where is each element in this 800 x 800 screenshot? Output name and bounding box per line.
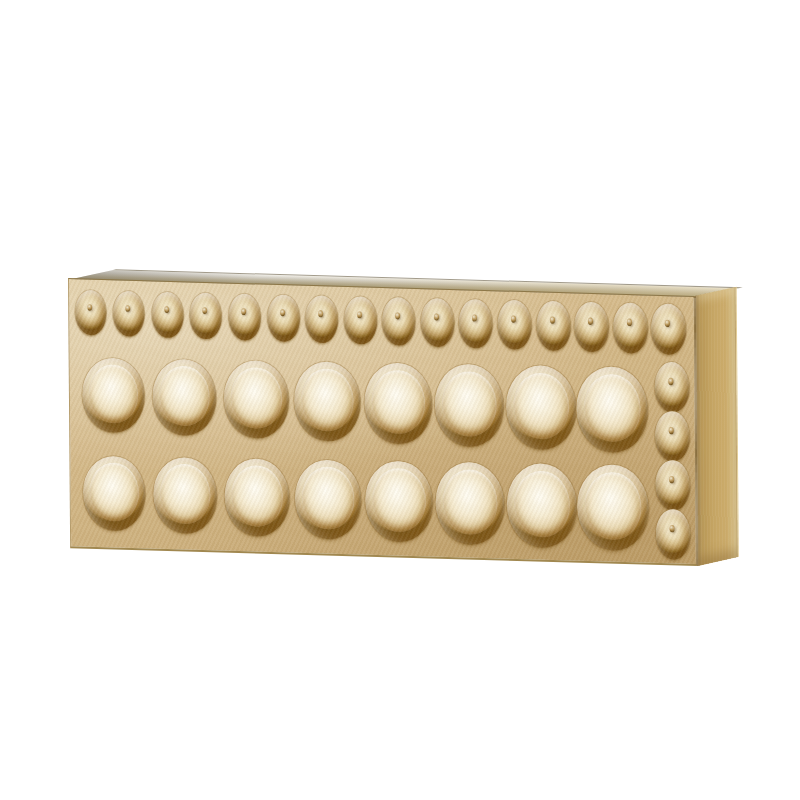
pit-large (153, 457, 217, 535)
pit-small (267, 294, 300, 342)
pit-small (655, 410, 690, 461)
pit-large (577, 464, 649, 552)
pit-large (153, 358, 217, 436)
pit-small (459, 299, 493, 349)
pit-small (229, 293, 261, 341)
pit-small (75, 290, 106, 336)
pit-large (224, 458, 290, 538)
pit-small (382, 297, 416, 346)
brass-board (68, 278, 697, 566)
pit-large (576, 366, 648, 454)
pit-small (536, 301, 571, 352)
board-right-side-face (695, 287, 739, 566)
pit-large (435, 363, 505, 447)
pit-large (83, 455, 146, 531)
pit-large (294, 361, 361, 442)
pit-small (497, 300, 531, 350)
pit-small (574, 301, 609, 352)
pit-small (613, 302, 648, 354)
lower-large-row (70, 443, 649, 558)
upper-large-row (70, 345, 649, 460)
pit-large (506, 463, 577, 549)
pit-large (223, 360, 289, 440)
pit-small (654, 361, 689, 412)
board-front-face (68, 278, 697, 566)
pit-small (305, 295, 338, 343)
pit-small (656, 508, 691, 559)
pit-small (651, 303, 686, 355)
pit-large (436, 461, 506, 545)
pit-large (82, 357, 145, 433)
pit-large (295, 459, 362, 540)
pit-large (365, 460, 433, 543)
pit-small (655, 459, 690, 510)
right-small-column (647, 362, 698, 560)
pit-large (505, 365, 576, 451)
pit-small (152, 291, 184, 338)
pit-small (421, 298, 455, 348)
pit-large (364, 362, 432, 445)
pit-small (113, 291, 145, 337)
pit-small (190, 292, 222, 339)
pit-small (344, 296, 377, 345)
